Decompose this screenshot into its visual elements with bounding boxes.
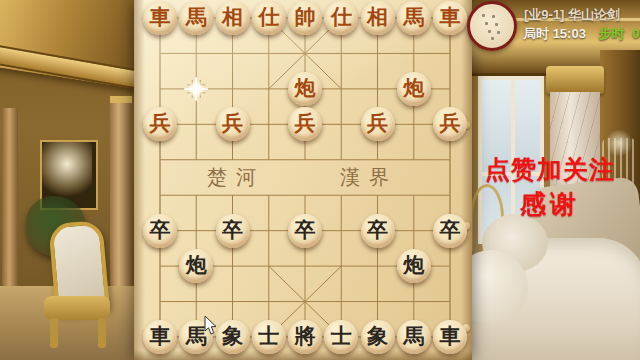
piece-black-卒[interactable]: 卒 — [361, 214, 395, 248]
piece-red-炮[interactable]: 炮 — [288, 72, 322, 106]
armchair-leg — [98, 318, 106, 348]
piece-character: 帥 — [295, 3, 316, 31]
piece-character: 炮 — [295, 74, 316, 102]
game-screen: 楚河 漢界 車馬相仕帥仕相馬車炮炮兵兵兵兵兵卒卒卒卒卒炮炮車馬象士將士象馬車 [… — [0, 0, 640, 360]
piece-red-相[interactable]: 相 — [216, 1, 250, 35]
piece-black-車[interactable]: 車 — [143, 320, 177, 354]
piece-character: 相 — [222, 3, 243, 31]
pillar-capital — [546, 66, 604, 94]
xiangqi-board[interactable]: 楚河 漢界 車馬相仕帥仕相馬車炮炮兵兵兵兵兵卒卒卒卒卒炮炮車馬象士將士象馬車 — [134, 0, 472, 360]
piece-red-帥[interactable]: 帥 — [288, 1, 322, 35]
piece-character: 卒 — [440, 216, 461, 244]
piece-black-將[interactable]: 將 — [288, 320, 322, 354]
piece-red-車[interactable]: 車 — [143, 1, 177, 35]
piece-character: 車 — [150, 3, 171, 31]
piece-red-仕[interactable]: 仕 — [324, 1, 358, 35]
piece-black-象[interactable]: 象 — [216, 320, 250, 354]
piece-red-馬[interactable]: 馬 — [397, 1, 431, 35]
piece-black-卒[interactable]: 卒 — [143, 214, 177, 248]
piece-character: 炮 — [403, 251, 424, 279]
river-label-right: 漢界 — [336, 164, 402, 191]
piece-character: 炮 — [186, 251, 207, 279]
piece-character: 仕 — [331, 3, 352, 31]
board-edge-left — [134, 0, 145, 360]
piece-character: 兵 — [367, 109, 388, 137]
chandelier — [42, 142, 92, 200]
game-time-label: 局时 — [523, 26, 549, 41]
piece-black-士[interactable]: 士 — [252, 320, 286, 354]
piece-red-馬[interactable]: 馬 — [179, 1, 213, 35]
move-time-value: 00:30 — [632, 26, 640, 41]
piece-black-象[interactable]: 象 — [361, 320, 395, 354]
piece-character: 炮 — [403, 74, 424, 102]
piece-black-士[interactable]: 士 — [324, 320, 358, 354]
piece-character: 馬 — [186, 322, 207, 350]
piece-character: 車 — [150, 322, 171, 350]
piece-character: 象 — [367, 322, 388, 350]
piece-black-卒[interactable]: 卒 — [216, 214, 250, 248]
move-time-label: 步时 — [599, 26, 625, 41]
piece-red-兵[interactable]: 兵 — [361, 107, 395, 141]
piece-character: 卒 — [150, 216, 171, 244]
piece-character: 兵 — [295, 109, 316, 137]
piece-red-炮[interactable]: 炮 — [397, 72, 431, 106]
marble-column-left — [2, 108, 18, 308]
piece-red-車[interactable]: 車 — [433, 1, 467, 35]
piece-character: 仕 — [258, 3, 279, 31]
piece-red-相[interactable]: 相 — [361, 1, 395, 35]
piece-character: 車 — [440, 3, 461, 31]
piece-character: 馬 — [403, 3, 424, 31]
game-time-value: 15:03 — [553, 26, 586, 41]
piece-black-卒[interactable]: 卒 — [288, 214, 322, 248]
promo-overlay: 点赞加关注 感谢 — [482, 153, 618, 222]
piece-character: 兵 — [440, 109, 461, 137]
seal-badge-icon — [467, 1, 517, 51]
piece-character: 相 — [367, 3, 388, 31]
armchair-seat — [44, 296, 110, 320]
piece-character: 將 — [295, 322, 316, 350]
promo-line1: 点赞加关注 — [482, 153, 618, 186]
piece-character: 卒 — [222, 216, 243, 244]
timers: 局时 15:03 步时 00:30 — [523, 25, 640, 43]
piece-black-馬[interactable]: 馬 — [397, 320, 431, 354]
piece-character: 兵 — [222, 109, 243, 137]
piece-character: 兵 — [150, 109, 171, 137]
piece-red-兵[interactable]: 兵 — [216, 107, 250, 141]
piece-black-卒[interactable]: 卒 — [433, 214, 467, 248]
piece-red-仕[interactable]: 仕 — [252, 1, 286, 35]
piece-character: 卒 — [295, 216, 316, 244]
armchair-leg — [50, 318, 58, 348]
piece-character: 士 — [331, 322, 352, 350]
piece-black-馬[interactable]: 馬 — [179, 320, 213, 354]
board-grid — [134, 0, 472, 360]
river-label-left: 楚河 — [203, 164, 269, 191]
piece-character: 馬 — [186, 3, 207, 31]
promo-line2: 感谢 — [482, 187, 618, 222]
board-edge-right — [461, 0, 472, 360]
room-label: [业9-1] 华山论剑 — [524, 6, 620, 24]
background-left-gold-room — [0, 0, 134, 360]
piece-character: 馬 — [403, 322, 424, 350]
piece-black-炮[interactable]: 炮 — [397, 249, 431, 283]
piece-character: 象 — [222, 322, 243, 350]
piece-black-車[interactable]: 車 — [433, 320, 467, 354]
piece-character: 卒 — [367, 216, 388, 244]
piece-character: 車 — [440, 322, 461, 350]
piece-character: 士 — [258, 322, 279, 350]
